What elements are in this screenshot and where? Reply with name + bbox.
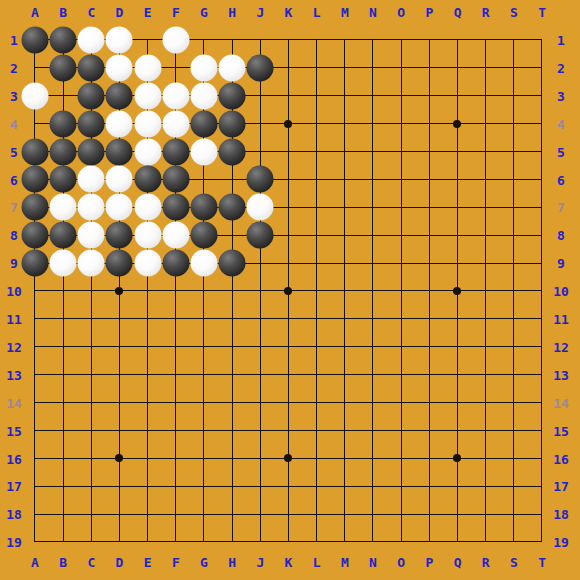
intersection-M11[interactable] xyxy=(331,305,359,333)
intersection-E9[interactable] xyxy=(134,249,162,277)
intersection-E8[interactable] xyxy=(134,221,162,249)
intersection-F8[interactable] xyxy=(162,221,190,249)
intersection-A5[interactable] xyxy=(21,138,49,166)
intersection-P14[interactable] xyxy=(415,389,443,417)
intersection-L18[interactable] xyxy=(302,500,330,528)
intersection-N5[interactable] xyxy=(359,138,387,166)
intersection-C18[interactable] xyxy=(77,500,105,528)
intersection-C6[interactable] xyxy=(77,165,105,193)
intersection-Q2[interactable] xyxy=(443,54,471,82)
intersection-M7[interactable] xyxy=(331,193,359,221)
intersection-H17[interactable] xyxy=(218,472,246,500)
intersection-F2[interactable] xyxy=(162,54,190,82)
intersection-A19[interactable] xyxy=(21,528,49,556)
intersection-P6[interactable] xyxy=(415,165,443,193)
intersection-L14[interactable] xyxy=(302,389,330,417)
intersection-J1[interactable] xyxy=(246,26,274,54)
intersection-S10[interactable] xyxy=(500,277,528,305)
intersection-E19[interactable] xyxy=(134,528,162,556)
intersection-L12[interactable] xyxy=(302,333,330,361)
intersection-A9[interactable] xyxy=(21,249,49,277)
intersection-D3[interactable] xyxy=(105,82,133,110)
intersection-F5[interactable] xyxy=(162,138,190,166)
intersection-N14[interactable] xyxy=(359,389,387,417)
intersection-K5[interactable] xyxy=(274,138,302,166)
intersection-P4[interactable] xyxy=(415,110,443,138)
intersection-B11[interactable] xyxy=(49,305,77,333)
intersection-D11[interactable] xyxy=(105,305,133,333)
intersection-A12[interactable] xyxy=(21,333,49,361)
intersection-B18[interactable] xyxy=(49,500,77,528)
intersection-K10[interactable] xyxy=(274,277,302,305)
intersection-M10[interactable] xyxy=(331,277,359,305)
intersection-Q13[interactable] xyxy=(443,361,471,389)
intersection-D9[interactable] xyxy=(105,249,133,277)
intersection-C3[interactable] xyxy=(77,82,105,110)
intersection-O4[interactable] xyxy=(387,110,415,138)
intersection-J2[interactable] xyxy=(246,54,274,82)
intersection-F19[interactable] xyxy=(162,528,190,556)
intersection-H5[interactable] xyxy=(218,138,246,166)
intersection-C16[interactable] xyxy=(77,444,105,472)
intersection-H3[interactable] xyxy=(218,82,246,110)
intersection-D19[interactable] xyxy=(105,528,133,556)
intersection-D15[interactable] xyxy=(105,416,133,444)
intersection-R5[interactable] xyxy=(471,138,499,166)
intersection-J16[interactable] xyxy=(246,444,274,472)
intersection-O16[interactable] xyxy=(387,444,415,472)
intersection-G4[interactable] xyxy=(190,110,218,138)
intersection-S16[interactable] xyxy=(500,444,528,472)
intersection-R8[interactable] xyxy=(471,221,499,249)
intersection-K16[interactable] xyxy=(274,444,302,472)
intersection-P17[interactable] xyxy=(415,472,443,500)
intersection-B7[interactable] xyxy=(49,193,77,221)
intersection-H12[interactable] xyxy=(218,333,246,361)
intersection-R7[interactable] xyxy=(471,193,499,221)
intersection-E5[interactable] xyxy=(134,138,162,166)
intersection-S7[interactable] xyxy=(500,193,528,221)
intersection-A18[interactable] xyxy=(21,500,49,528)
intersection-H15[interactable] xyxy=(218,416,246,444)
intersection-D4[interactable] xyxy=(105,110,133,138)
intersection-J11[interactable] xyxy=(246,305,274,333)
intersection-N3[interactable] xyxy=(359,82,387,110)
intersection-S15[interactable] xyxy=(500,416,528,444)
intersection-Q9[interactable] xyxy=(443,249,471,277)
intersection-Q14[interactable] xyxy=(443,389,471,417)
intersection-G9[interactable] xyxy=(190,249,218,277)
intersection-T5[interactable] xyxy=(528,138,556,166)
intersection-K1[interactable] xyxy=(274,26,302,54)
intersection-T7[interactable] xyxy=(528,193,556,221)
intersection-R15[interactable] xyxy=(471,416,499,444)
intersection-M13[interactable] xyxy=(331,361,359,389)
intersection-C5[interactable] xyxy=(77,138,105,166)
intersection-E15[interactable] xyxy=(134,416,162,444)
intersection-K3[interactable] xyxy=(274,82,302,110)
intersection-R2[interactable] xyxy=(471,54,499,82)
intersection-B4[interactable] xyxy=(49,110,77,138)
intersection-M1[interactable] xyxy=(331,26,359,54)
intersection-C4[interactable] xyxy=(77,110,105,138)
intersection-K8[interactable] xyxy=(274,221,302,249)
intersection-K9[interactable] xyxy=(274,249,302,277)
intersection-A3[interactable] xyxy=(21,82,49,110)
intersection-G15[interactable] xyxy=(190,416,218,444)
intersection-T4[interactable] xyxy=(528,110,556,138)
intersection-P13[interactable] xyxy=(415,361,443,389)
intersection-S17[interactable] xyxy=(500,472,528,500)
intersection-S11[interactable] xyxy=(500,305,528,333)
intersection-S19[interactable] xyxy=(500,528,528,556)
intersection-L4[interactable] xyxy=(302,110,330,138)
intersection-N4[interactable] xyxy=(359,110,387,138)
intersection-T1[interactable] xyxy=(528,26,556,54)
intersection-E12[interactable] xyxy=(134,333,162,361)
intersection-J8[interactable] xyxy=(246,221,274,249)
intersection-P3[interactable] xyxy=(415,82,443,110)
intersection-R6[interactable] xyxy=(471,165,499,193)
intersection-O2[interactable] xyxy=(387,54,415,82)
intersection-T14[interactable] xyxy=(528,389,556,417)
intersection-O14[interactable] xyxy=(387,389,415,417)
intersection-Q6[interactable] xyxy=(443,165,471,193)
intersection-F16[interactable] xyxy=(162,444,190,472)
intersection-P2[interactable] xyxy=(415,54,443,82)
intersection-P16[interactable] xyxy=(415,444,443,472)
intersection-O1[interactable] xyxy=(387,26,415,54)
intersection-Q12[interactable] xyxy=(443,333,471,361)
intersection-G11[interactable] xyxy=(190,305,218,333)
intersection-T10[interactable] xyxy=(528,277,556,305)
intersection-M2[interactable] xyxy=(331,54,359,82)
intersection-J14[interactable] xyxy=(246,389,274,417)
intersection-L1[interactable] xyxy=(302,26,330,54)
intersection-B14[interactable] xyxy=(49,389,77,417)
intersection-G16[interactable] xyxy=(190,444,218,472)
intersection-T12[interactable] xyxy=(528,333,556,361)
intersection-K19[interactable] xyxy=(274,528,302,556)
intersection-R18[interactable] xyxy=(471,500,499,528)
intersection-N9[interactable] xyxy=(359,249,387,277)
intersection-M5[interactable] xyxy=(331,138,359,166)
intersection-D2[interactable] xyxy=(105,54,133,82)
intersection-J5[interactable] xyxy=(246,138,274,166)
intersection-L15[interactable] xyxy=(302,416,330,444)
intersection-J7[interactable] xyxy=(246,193,274,221)
intersection-K15[interactable] xyxy=(274,416,302,444)
intersection-R16[interactable] xyxy=(471,444,499,472)
intersection-S12[interactable] xyxy=(500,333,528,361)
intersection-B3[interactable] xyxy=(49,82,77,110)
intersection-F15[interactable] xyxy=(162,416,190,444)
intersection-N13[interactable] xyxy=(359,361,387,389)
intersection-H9[interactable] xyxy=(218,249,246,277)
intersection-F3[interactable] xyxy=(162,82,190,110)
intersection-N6[interactable] xyxy=(359,165,387,193)
intersection-T11[interactable] xyxy=(528,305,556,333)
intersection-N7[interactable] xyxy=(359,193,387,221)
intersection-H8[interactable] xyxy=(218,221,246,249)
intersection-R3[interactable] xyxy=(471,82,499,110)
intersection-N8[interactable] xyxy=(359,221,387,249)
intersection-M9[interactable] xyxy=(331,249,359,277)
intersection-F9[interactable] xyxy=(162,249,190,277)
intersection-H14[interactable] xyxy=(218,389,246,417)
intersection-P5[interactable] xyxy=(415,138,443,166)
intersection-G12[interactable] xyxy=(190,333,218,361)
intersection-P8[interactable] xyxy=(415,221,443,249)
intersection-O17[interactable] xyxy=(387,472,415,500)
intersection-J6[interactable] xyxy=(246,165,274,193)
intersection-M17[interactable] xyxy=(331,472,359,500)
intersection-S18[interactable] xyxy=(500,500,528,528)
intersection-P7[interactable] xyxy=(415,193,443,221)
intersection-D18[interactable] xyxy=(105,500,133,528)
intersection-R12[interactable] xyxy=(471,333,499,361)
intersection-G19[interactable] xyxy=(190,528,218,556)
intersection-M16[interactable] xyxy=(331,444,359,472)
intersection-D1[interactable] xyxy=(105,26,133,54)
intersection-H18[interactable] xyxy=(218,500,246,528)
intersection-L3[interactable] xyxy=(302,82,330,110)
intersection-P1[interactable] xyxy=(415,26,443,54)
intersection-D12[interactable] xyxy=(105,333,133,361)
intersection-A10[interactable] xyxy=(21,277,49,305)
intersection-E6[interactable] xyxy=(134,165,162,193)
intersection-A4[interactable] xyxy=(21,110,49,138)
intersection-C11[interactable] xyxy=(77,305,105,333)
intersection-F11[interactable] xyxy=(162,305,190,333)
intersection-E14[interactable] xyxy=(134,389,162,417)
intersection-N2[interactable] xyxy=(359,54,387,82)
intersection-O15[interactable] xyxy=(387,416,415,444)
intersection-E1[interactable] xyxy=(134,26,162,54)
intersection-C10[interactable] xyxy=(77,277,105,305)
intersection-P19[interactable] xyxy=(415,528,443,556)
intersection-R11[interactable] xyxy=(471,305,499,333)
intersection-G18[interactable] xyxy=(190,500,218,528)
intersection-C12[interactable] xyxy=(77,333,105,361)
intersection-T9[interactable] xyxy=(528,249,556,277)
intersection-R14[interactable] xyxy=(471,389,499,417)
intersection-J10[interactable] xyxy=(246,277,274,305)
intersection-A8[interactable] xyxy=(21,221,49,249)
intersection-M14[interactable] xyxy=(331,389,359,417)
intersection-S5[interactable] xyxy=(500,138,528,166)
intersection-D13[interactable] xyxy=(105,361,133,389)
intersection-C17[interactable] xyxy=(77,472,105,500)
intersection-F6[interactable] xyxy=(162,165,190,193)
intersection-E18[interactable] xyxy=(134,500,162,528)
intersection-B10[interactable] xyxy=(49,277,77,305)
intersection-N18[interactable] xyxy=(359,500,387,528)
intersection-R9[interactable] xyxy=(471,249,499,277)
intersection-A13[interactable] xyxy=(21,361,49,389)
intersection-P18[interactable] xyxy=(415,500,443,528)
intersection-D8[interactable] xyxy=(105,221,133,249)
intersection-K17[interactable] xyxy=(274,472,302,500)
intersection-S4[interactable] xyxy=(500,110,528,138)
intersection-O6[interactable] xyxy=(387,165,415,193)
intersection-G13[interactable] xyxy=(190,361,218,389)
intersection-J15[interactable] xyxy=(246,416,274,444)
intersection-A15[interactable] xyxy=(21,416,49,444)
intersection-A17[interactable] xyxy=(21,472,49,500)
intersection-T3[interactable] xyxy=(528,82,556,110)
intersection-R1[interactable] xyxy=(471,26,499,54)
intersection-G5[interactable] xyxy=(190,138,218,166)
intersection-E11[interactable] xyxy=(134,305,162,333)
intersection-Q17[interactable] xyxy=(443,472,471,500)
intersection-H16[interactable] xyxy=(218,444,246,472)
intersection-P10[interactable] xyxy=(415,277,443,305)
intersection-L17[interactable] xyxy=(302,472,330,500)
intersection-H10[interactable] xyxy=(218,277,246,305)
intersection-N11[interactable] xyxy=(359,305,387,333)
intersection-E2[interactable] xyxy=(134,54,162,82)
intersection-F13[interactable] xyxy=(162,361,190,389)
intersection-K6[interactable] xyxy=(274,165,302,193)
intersection-A6[interactable] xyxy=(21,165,49,193)
intersection-B16[interactable] xyxy=(49,444,77,472)
intersection-R19[interactable] xyxy=(471,528,499,556)
intersection-C8[interactable] xyxy=(77,221,105,249)
intersection-C2[interactable] xyxy=(77,54,105,82)
intersection-T8[interactable] xyxy=(528,221,556,249)
intersection-Q16[interactable] xyxy=(443,444,471,472)
intersection-L5[interactable] xyxy=(302,138,330,166)
intersection-O7[interactable] xyxy=(387,193,415,221)
intersection-R10[interactable] xyxy=(471,277,499,305)
intersection-G10[interactable] xyxy=(190,277,218,305)
intersection-D16[interactable] xyxy=(105,444,133,472)
intersection-G7[interactable] xyxy=(190,193,218,221)
intersection-J17[interactable] xyxy=(246,472,274,500)
intersection-R17[interactable] xyxy=(471,472,499,500)
intersection-S9[interactable] xyxy=(500,249,528,277)
intersection-C15[interactable] xyxy=(77,416,105,444)
intersection-T17[interactable] xyxy=(528,472,556,500)
intersection-B5[interactable] xyxy=(49,138,77,166)
intersection-B19[interactable] xyxy=(49,528,77,556)
intersection-L11[interactable] xyxy=(302,305,330,333)
intersection-O5[interactable] xyxy=(387,138,415,166)
intersection-M18[interactable] xyxy=(331,500,359,528)
intersection-L9[interactable] xyxy=(302,249,330,277)
intersection-G2[interactable] xyxy=(190,54,218,82)
intersection-P15[interactable] xyxy=(415,416,443,444)
intersection-K13[interactable] xyxy=(274,361,302,389)
intersection-B6[interactable] xyxy=(49,165,77,193)
intersection-K7[interactable] xyxy=(274,193,302,221)
intersection-N12[interactable] xyxy=(359,333,387,361)
intersection-C14[interactable] xyxy=(77,389,105,417)
intersection-L19[interactable] xyxy=(302,528,330,556)
intersection-F18[interactable] xyxy=(162,500,190,528)
intersection-Q11[interactable] xyxy=(443,305,471,333)
intersection-O8[interactable] xyxy=(387,221,415,249)
intersection-S13[interactable] xyxy=(500,361,528,389)
intersection-M19[interactable] xyxy=(331,528,359,556)
intersection-M4[interactable] xyxy=(331,110,359,138)
intersection-D6[interactable] xyxy=(105,165,133,193)
intersection-D7[interactable] xyxy=(105,193,133,221)
intersection-P9[interactable] xyxy=(415,249,443,277)
intersection-H1[interactable] xyxy=(218,26,246,54)
intersection-Q10[interactable] xyxy=(443,277,471,305)
intersection-A7[interactable] xyxy=(21,193,49,221)
intersection-T15[interactable] xyxy=(528,416,556,444)
intersection-B17[interactable] xyxy=(49,472,77,500)
intersection-P11[interactable] xyxy=(415,305,443,333)
intersection-P12[interactable] xyxy=(415,333,443,361)
intersection-F7[interactable] xyxy=(162,193,190,221)
intersection-M8[interactable] xyxy=(331,221,359,249)
intersection-B15[interactable] xyxy=(49,416,77,444)
intersection-K4[interactable] xyxy=(274,110,302,138)
intersection-Q4[interactable] xyxy=(443,110,471,138)
intersection-T19[interactable] xyxy=(528,528,556,556)
intersection-S8[interactable] xyxy=(500,221,528,249)
intersection-L7[interactable] xyxy=(302,193,330,221)
intersection-S1[interactable] xyxy=(500,26,528,54)
intersection-H13[interactable] xyxy=(218,361,246,389)
intersection-B8[interactable] xyxy=(49,221,77,249)
intersection-E4[interactable] xyxy=(134,110,162,138)
intersection-L13[interactable] xyxy=(302,361,330,389)
intersection-T18[interactable] xyxy=(528,500,556,528)
intersection-A1[interactable] xyxy=(21,26,49,54)
intersection-G17[interactable] xyxy=(190,472,218,500)
intersection-D10[interactable] xyxy=(105,277,133,305)
intersection-B9[interactable] xyxy=(49,249,77,277)
intersection-C13[interactable] xyxy=(77,361,105,389)
intersection-A16[interactable] xyxy=(21,444,49,472)
intersection-T16[interactable] xyxy=(528,444,556,472)
intersection-K11[interactable] xyxy=(274,305,302,333)
intersection-D14[interactable] xyxy=(105,389,133,417)
intersection-J4[interactable] xyxy=(246,110,274,138)
intersection-G3[interactable] xyxy=(190,82,218,110)
intersection-F17[interactable] xyxy=(162,472,190,500)
intersection-H19[interactable] xyxy=(218,528,246,556)
intersection-G14[interactable] xyxy=(190,389,218,417)
intersection-J9[interactable] xyxy=(246,249,274,277)
intersection-E3[interactable] xyxy=(134,82,162,110)
intersection-D17[interactable] xyxy=(105,472,133,500)
intersection-Q3[interactable] xyxy=(443,82,471,110)
intersection-H11[interactable] xyxy=(218,305,246,333)
intersection-E10[interactable] xyxy=(134,277,162,305)
intersection-H7[interactable] xyxy=(218,193,246,221)
intersection-O3[interactable] xyxy=(387,82,415,110)
intersection-S2[interactable] xyxy=(500,54,528,82)
intersection-O10[interactable] xyxy=(387,277,415,305)
intersection-F10[interactable] xyxy=(162,277,190,305)
intersection-O9[interactable] xyxy=(387,249,415,277)
intersection-Q19[interactable] xyxy=(443,528,471,556)
intersection-B12[interactable] xyxy=(49,333,77,361)
intersection-K12[interactable] xyxy=(274,333,302,361)
intersection-B1[interactable] xyxy=(49,26,77,54)
intersection-K14[interactable] xyxy=(274,389,302,417)
intersection-R4[interactable] xyxy=(471,110,499,138)
intersection-T13[interactable] xyxy=(528,361,556,389)
intersection-R13[interactable] xyxy=(471,361,499,389)
intersection-O18[interactable] xyxy=(387,500,415,528)
